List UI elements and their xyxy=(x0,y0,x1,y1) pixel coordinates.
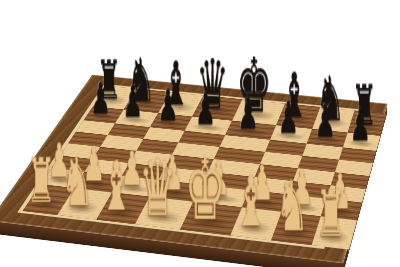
white-rook[interactable]: ♜ xyxy=(26,151,55,212)
black-pawn[interactable]: ♟ xyxy=(278,96,299,140)
black-pawn[interactable]: ♟ xyxy=(238,92,259,136)
white-bishop[interactable]: ♝ xyxy=(234,168,267,237)
perspective-scene: ♜♞♝♛♚♝♞♜♟♟♟♟♟♟♟♟♟♟♟♟♟♟♟♟♜♞♝♛♚♝♞♜ xyxy=(0,0,400,267)
square-f6[interactable] xyxy=(265,140,306,156)
chess-set-product-photo: ♜♞♝♛♚♝♞♜♟♟♟♟♟♟♟♟♟♟♟♟♟♟♟♟♜♞♝♛♚♝♞♜ xyxy=(0,0,400,267)
black-pawn[interactable]: ♟ xyxy=(90,77,111,120)
black-pawn[interactable]: ♟ xyxy=(315,100,336,144)
board-grid: ♜♞♝♛♚♝♞♜♟♟♟♟♟♟♟♟♟♟♟♟♟♟♟♟♜♞♝♛♚♝♞♜ xyxy=(23,86,362,246)
board-playing-field: ♜♞♝♛♚♝♞♜♟♟♟♟♟♟♟♟♟♟♟♟♟♟♟♟♜♞♝♛♚♝♞♜ xyxy=(17,84,366,249)
square-f7[interactable]: ♟ xyxy=(270,125,312,143)
black-pawn[interactable]: ♟ xyxy=(123,81,144,124)
chess-board: ♜♞♝♛♚♝♞♜♟♟♟♟♟♟♟♟♟♟♟♟♟♟♟♟♜♞♝♛♚♝♞♜ xyxy=(0,75,387,263)
white-bishop[interactable]: ♝ xyxy=(100,153,132,221)
white-knight[interactable]: ♞ xyxy=(275,172,308,242)
black-pawn[interactable]: ♟ xyxy=(196,88,217,131)
white-knight[interactable]: ♞ xyxy=(61,149,93,217)
black-pawn[interactable]: ♟ xyxy=(350,103,371,147)
square-c7[interactable]: ♟ xyxy=(150,113,193,131)
black-pawn[interactable]: ♟ xyxy=(158,84,179,127)
white-queen[interactable]: ♛ xyxy=(140,148,177,226)
white-king[interactable]: ♚ xyxy=(185,147,226,232)
white-rook[interactable]: ♜ xyxy=(316,183,346,246)
